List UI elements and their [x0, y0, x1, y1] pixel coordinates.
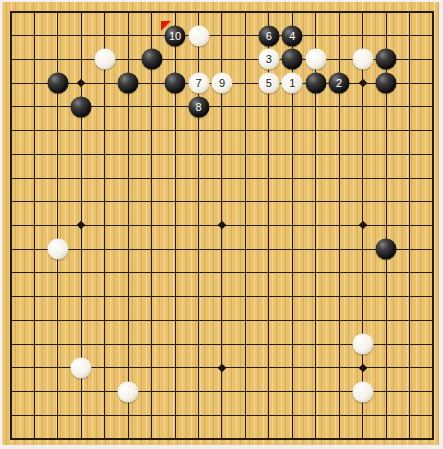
board-cell[interactable] [187, 48, 210, 72]
board-cell[interactable] [421, 142, 439, 166]
board-cell[interactable] [210, 380, 233, 404]
board-cell[interactable] [140, 261, 163, 285]
board-cell[interactable] [374, 285, 397, 309]
board-cell[interactable] [210, 356, 233, 380]
board-cell[interactable] [257, 214, 280, 238]
board-cell[interactable] [304, 71, 327, 95]
board-cell[interactable] [421, 356, 439, 380]
board-cell[interactable] [234, 166, 257, 190]
board-cell[interactable] [23, 427, 46, 445]
board-cell[interactable] [116, 332, 139, 356]
board-cell[interactable] [374, 142, 397, 166]
board-cell[interactable] [327, 261, 350, 285]
board-cell[interactable] [281, 285, 304, 309]
board-cell[interactable] [70, 142, 93, 166]
board-cell[interactable] [234, 190, 257, 214]
board-cell[interactable] [70, 285, 93, 309]
board-cell[interactable] [93, 95, 116, 119]
board-cell[interactable] [351, 24, 374, 48]
board-cell[interactable] [2, 190, 23, 214]
board-cell[interactable] [46, 308, 69, 332]
board-cell[interactable] [93, 48, 116, 72]
board-cell[interactable] [23, 95, 46, 119]
board-cell[interactable] [93, 237, 116, 261]
board-cell[interactable] [210, 24, 233, 48]
board-cell[interactable] [46, 427, 69, 445]
board-cell[interactable] [70, 332, 93, 356]
board-cell[interactable] [210, 261, 233, 285]
board-cell[interactable] [46, 2, 69, 24]
board-cell[interactable] [70, 2, 93, 24]
board-cell[interactable] [351, 2, 374, 24]
board-cell[interactable] [116, 24, 139, 48]
board-cell[interactable] [398, 403, 421, 427]
board-cell[interactable] [234, 332, 257, 356]
board-cell[interactable] [23, 403, 46, 427]
board-cell[interactable] [374, 71, 397, 95]
board-cell[interactable] [398, 24, 421, 48]
board-cell[interactable] [421, 24, 439, 48]
board-cell[interactable] [281, 142, 304, 166]
board-cell[interactable] [398, 119, 421, 143]
board-cell[interactable] [234, 380, 257, 404]
board-cell[interactable] [163, 427, 186, 445]
board-cell[interactable] [421, 285, 439, 309]
board-cell[interactable] [421, 166, 439, 190]
board-cell[interactable] [187, 166, 210, 190]
board-cell[interactable] [327, 2, 350, 24]
board-cell[interactable] [187, 332, 210, 356]
board-cell[interactable] [234, 261, 257, 285]
board-cell[interactable] [281, 119, 304, 143]
board-cell[interactable] [257, 95, 280, 119]
board-cell[interactable] [23, 71, 46, 95]
board-cell[interactable] [140, 356, 163, 380]
board-cell[interactable] [351, 261, 374, 285]
board-cell[interactable] [257, 308, 280, 332]
board-cell[interactable] [327, 308, 350, 332]
board-cell[interactable] [46, 332, 69, 356]
board-cell[interactable] [421, 403, 439, 427]
board-cell[interactable] [2, 237, 23, 261]
board-cell[interactable] [93, 166, 116, 190]
board-cell[interactable] [327, 380, 350, 404]
board-cell[interactable] [398, 2, 421, 24]
board-cell[interactable] [46, 190, 69, 214]
board-cell[interactable]: 1 [281, 71, 304, 95]
board-cell[interactable] [351, 95, 374, 119]
board-cell[interactable] [46, 261, 69, 285]
board-cell[interactable] [70, 71, 93, 95]
board-cell[interactable] [304, 285, 327, 309]
board-cell[interactable] [234, 403, 257, 427]
board-cell[interactable] [93, 380, 116, 404]
board-cell[interactable] [327, 24, 350, 48]
board-cell[interactable] [210, 48, 233, 72]
board-cell[interactable] [327, 285, 350, 309]
board-cell[interactable] [304, 356, 327, 380]
board-cell[interactable] [46, 142, 69, 166]
board-cell[interactable] [163, 214, 186, 238]
board-cell[interactable]: 10 [163, 24, 186, 48]
board-cell[interactable] [23, 285, 46, 309]
board-cell[interactable] [46, 166, 69, 190]
board-cell[interactable] [374, 2, 397, 24]
board-cell[interactable] [234, 285, 257, 309]
board-cell[interactable]: 5 [257, 71, 280, 95]
board-cell[interactable] [70, 119, 93, 143]
board-cell[interactable] [281, 261, 304, 285]
board-cell[interactable] [140, 24, 163, 48]
board-cell[interactable] [140, 48, 163, 72]
board-cell[interactable] [116, 403, 139, 427]
board-cell[interactable] [93, 24, 116, 48]
board-cell[interactable] [304, 119, 327, 143]
board-cell[interactable] [70, 95, 93, 119]
board-cell[interactable] [234, 2, 257, 24]
board-cell[interactable] [70, 308, 93, 332]
board-cell[interactable] [281, 2, 304, 24]
board-cell[interactable] [304, 380, 327, 404]
board-cell[interactable] [398, 261, 421, 285]
board-cell[interactable] [398, 332, 421, 356]
board-cell[interactable] [304, 142, 327, 166]
board-cell[interactable] [210, 190, 233, 214]
board-cell[interactable] [2, 427, 23, 445]
board-cell[interactable] [398, 356, 421, 380]
board-cell[interactable] [46, 403, 69, 427]
board-cell[interactable] [163, 119, 186, 143]
board-cell[interactable] [46, 71, 69, 95]
board-cell[interactable] [304, 166, 327, 190]
board-cell[interactable] [421, 71, 439, 95]
board-cell[interactable] [116, 237, 139, 261]
board-cell[interactable] [70, 214, 93, 238]
board-cell[interactable] [398, 190, 421, 214]
board-cell[interactable] [374, 308, 397, 332]
board-cell[interactable] [93, 332, 116, 356]
board-cell[interactable] [46, 285, 69, 309]
board-cell[interactable] [257, 166, 280, 190]
board-cell[interactable] [421, 2, 439, 24]
board-cell[interactable] [327, 142, 350, 166]
board-cell[interactable] [46, 237, 69, 261]
board-cell[interactable] [210, 166, 233, 190]
board-cell[interactable] [116, 427, 139, 445]
board-cell[interactable] [421, 261, 439, 285]
board-cell[interactable] [374, 427, 397, 445]
board-cell[interactable] [398, 285, 421, 309]
board-cell[interactable] [140, 308, 163, 332]
board-cell[interactable] [140, 2, 163, 24]
board-cell[interactable] [163, 190, 186, 214]
board-cell[interactable] [140, 427, 163, 445]
board-cell[interactable] [2, 71, 23, 95]
board-cell[interactable] [2, 332, 23, 356]
board-cell[interactable] [70, 166, 93, 190]
board-cell[interactable] [140, 166, 163, 190]
board-cell[interactable] [163, 356, 186, 380]
board-cell[interactable] [140, 403, 163, 427]
board-cell[interactable] [70, 190, 93, 214]
board-cell[interactable] [374, 48, 397, 72]
board-cell[interactable] [281, 427, 304, 445]
board-cell[interactable] [421, 237, 439, 261]
board-cell[interactable] [327, 356, 350, 380]
board-cell[interactable] [374, 166, 397, 190]
board-cell[interactable] [257, 285, 280, 309]
board-cell[interactable] [163, 95, 186, 119]
board-cell[interactable] [46, 214, 69, 238]
board-cell[interactable] [23, 24, 46, 48]
board-cell[interactable] [46, 48, 69, 72]
board-cell[interactable]: 3 [257, 48, 280, 72]
board-cell[interactable] [163, 71, 186, 95]
board-cell[interactable] [351, 237, 374, 261]
board-cell[interactable] [23, 308, 46, 332]
board-cell[interactable] [257, 380, 280, 404]
board-cell[interactable] [374, 24, 397, 48]
board-cell[interactable] [327, 332, 350, 356]
board-cell[interactable] [70, 380, 93, 404]
board-cell[interactable] [304, 95, 327, 119]
board-cell[interactable] [140, 142, 163, 166]
board-cell[interactable] [210, 95, 233, 119]
board-cell[interactable] [304, 48, 327, 72]
board-cell[interactable] [304, 24, 327, 48]
board-cell[interactable] [351, 48, 374, 72]
board-cell[interactable] [210, 214, 233, 238]
board-cell[interactable]: 7 [187, 71, 210, 95]
board-cell[interactable] [140, 190, 163, 214]
board-cell[interactable] [421, 427, 439, 445]
board-cell[interactable] [93, 190, 116, 214]
board-cell[interactable] [163, 166, 186, 190]
board-cell[interactable] [2, 380, 23, 404]
board-cell[interactable] [257, 119, 280, 143]
board-cell[interactable] [304, 427, 327, 445]
board-cell[interactable] [210, 119, 233, 143]
board-cell[interactable] [70, 427, 93, 445]
board-cell[interactable] [234, 24, 257, 48]
board-cell[interactable] [116, 71, 139, 95]
board-cell[interactable] [140, 95, 163, 119]
board-cell[interactable] [374, 237, 397, 261]
board-cell[interactable] [187, 2, 210, 24]
board-cell[interactable] [187, 190, 210, 214]
board-cell[interactable] [304, 190, 327, 214]
board-cell[interactable] [46, 119, 69, 143]
board-cell[interactable] [351, 214, 374, 238]
board-cell[interactable] [257, 237, 280, 261]
board-cell[interactable] [2, 24, 23, 48]
board-cell[interactable] [351, 380, 374, 404]
board-cell[interactable] [187, 142, 210, 166]
board-cell[interactable] [351, 403, 374, 427]
board-cell[interactable] [93, 119, 116, 143]
board-cell[interactable] [421, 119, 439, 143]
board-cell[interactable] [327, 166, 350, 190]
board-cell[interactable] [187, 261, 210, 285]
board-cell[interactable] [163, 142, 186, 166]
board-cell[interactable] [2, 403, 23, 427]
board-cell[interactable] [281, 95, 304, 119]
board-cell[interactable] [163, 332, 186, 356]
board-cell[interactable] [351, 190, 374, 214]
board-cell[interactable] [257, 427, 280, 445]
board-cell[interactable] [257, 332, 280, 356]
board-cell[interactable] [281, 403, 304, 427]
board-cell[interactable] [327, 427, 350, 445]
board-cell[interactable] [281, 308, 304, 332]
board-cell[interactable] [304, 403, 327, 427]
board-cell[interactable] [234, 427, 257, 445]
board-cell[interactable] [2, 285, 23, 309]
board-cell[interactable] [304, 214, 327, 238]
board-cell[interactable] [23, 380, 46, 404]
board-cell[interactable] [2, 166, 23, 190]
board-cell[interactable] [210, 308, 233, 332]
board-cell[interactable] [398, 71, 421, 95]
board-cell[interactable] [187, 380, 210, 404]
board-cell[interactable] [281, 380, 304, 404]
board-cell[interactable] [163, 308, 186, 332]
board-cell[interactable] [2, 308, 23, 332]
board-cell[interactable] [351, 119, 374, 143]
board-cell[interactable] [23, 166, 46, 190]
board-cell[interactable] [187, 119, 210, 143]
board-cell[interactable] [23, 2, 46, 24]
board-cell[interactable] [234, 95, 257, 119]
board-cell[interactable] [116, 380, 139, 404]
board-cell[interactable] [351, 308, 374, 332]
board-cell[interactable] [187, 214, 210, 238]
board-cell[interactable] [281, 190, 304, 214]
board-cell[interactable] [327, 403, 350, 427]
board-cell[interactable] [257, 2, 280, 24]
board-cell[interactable] [234, 356, 257, 380]
board-cell[interactable] [70, 356, 93, 380]
board-cell[interactable] [46, 24, 69, 48]
board-cell[interactable] [187, 403, 210, 427]
board-cell[interactable] [2, 95, 23, 119]
board-cell[interactable] [234, 237, 257, 261]
board-cell[interactable] [374, 190, 397, 214]
board-cell[interactable] [210, 142, 233, 166]
board-cell[interactable] [116, 190, 139, 214]
board-cell[interactable] [140, 237, 163, 261]
board-cell[interactable] [257, 190, 280, 214]
board-cell[interactable] [70, 261, 93, 285]
board-cell[interactable] [187, 285, 210, 309]
board-cell[interactable] [93, 285, 116, 309]
board-cell[interactable] [2, 48, 23, 72]
board-cell[interactable] [23, 119, 46, 143]
board-cell[interactable] [163, 285, 186, 309]
board-cell[interactable] [70, 403, 93, 427]
board-cell[interactable] [70, 48, 93, 72]
board-cell[interactable] [210, 332, 233, 356]
board-cell[interactable] [140, 380, 163, 404]
board-cell[interactable] [327, 95, 350, 119]
board-cell[interactable] [234, 214, 257, 238]
board-cell[interactable] [2, 2, 23, 24]
board-cell[interactable] [93, 403, 116, 427]
board-cell[interactable] [116, 48, 139, 72]
board-cell[interactable] [257, 261, 280, 285]
board-cell[interactable] [327, 214, 350, 238]
board-cell[interactable] [210, 237, 233, 261]
board-cell[interactable] [421, 380, 439, 404]
board-cell[interactable] [421, 48, 439, 72]
board-cell[interactable] [140, 71, 163, 95]
board-cell[interactable] [163, 403, 186, 427]
board-cell[interactable] [93, 214, 116, 238]
board-cell[interactable] [70, 237, 93, 261]
board-cell[interactable] [351, 332, 374, 356]
board-cell[interactable] [46, 380, 69, 404]
board-cell[interactable] [374, 380, 397, 404]
board-cell[interactable] [163, 237, 186, 261]
board-cell[interactable] [116, 285, 139, 309]
board-cell[interactable] [140, 119, 163, 143]
board-cell[interactable]: 4 [281, 24, 304, 48]
board-cell[interactable] [351, 71, 374, 95]
board-cell[interactable] [23, 261, 46, 285]
board-cell[interactable] [398, 427, 421, 445]
board-cell[interactable] [304, 332, 327, 356]
board-cell[interactable] [23, 356, 46, 380]
board-cell[interactable] [93, 308, 116, 332]
board-cell[interactable] [116, 142, 139, 166]
board-cell[interactable] [351, 356, 374, 380]
board-cell[interactable] [163, 261, 186, 285]
board-cell[interactable] [374, 356, 397, 380]
board-cell[interactable] [398, 308, 421, 332]
board-cell[interactable] [93, 356, 116, 380]
board-cell[interactable] [257, 403, 280, 427]
board-cell[interactable]: 6 [257, 24, 280, 48]
board-cell[interactable] [421, 308, 439, 332]
board-cell[interactable] [70, 24, 93, 48]
board-cell[interactable] [46, 356, 69, 380]
board-cell[interactable] [234, 142, 257, 166]
board-cell[interactable] [327, 48, 350, 72]
board-cell[interactable] [374, 332, 397, 356]
board-cell[interactable] [163, 380, 186, 404]
board-cell[interactable] [2, 356, 23, 380]
board-cell[interactable] [23, 237, 46, 261]
board-cell[interactable] [46, 95, 69, 119]
board-cell[interactable] [351, 427, 374, 445]
board-cell[interactable]: 8 [187, 95, 210, 119]
board-cell[interactable] [163, 48, 186, 72]
board-cell[interactable] [327, 190, 350, 214]
board-cell[interactable] [234, 71, 257, 95]
board-cell[interactable] [93, 71, 116, 95]
board-cell[interactable] [187, 24, 210, 48]
board-cell[interactable] [398, 380, 421, 404]
board-cell[interactable] [374, 95, 397, 119]
board-cell[interactable] [93, 261, 116, 285]
board-cell[interactable] [281, 214, 304, 238]
board-cell[interactable] [374, 119, 397, 143]
board-cell[interactable] [327, 237, 350, 261]
board-cell[interactable] [304, 308, 327, 332]
board-cell[interactable] [187, 356, 210, 380]
board-cell[interactable] [257, 142, 280, 166]
board-cell[interactable] [2, 261, 23, 285]
